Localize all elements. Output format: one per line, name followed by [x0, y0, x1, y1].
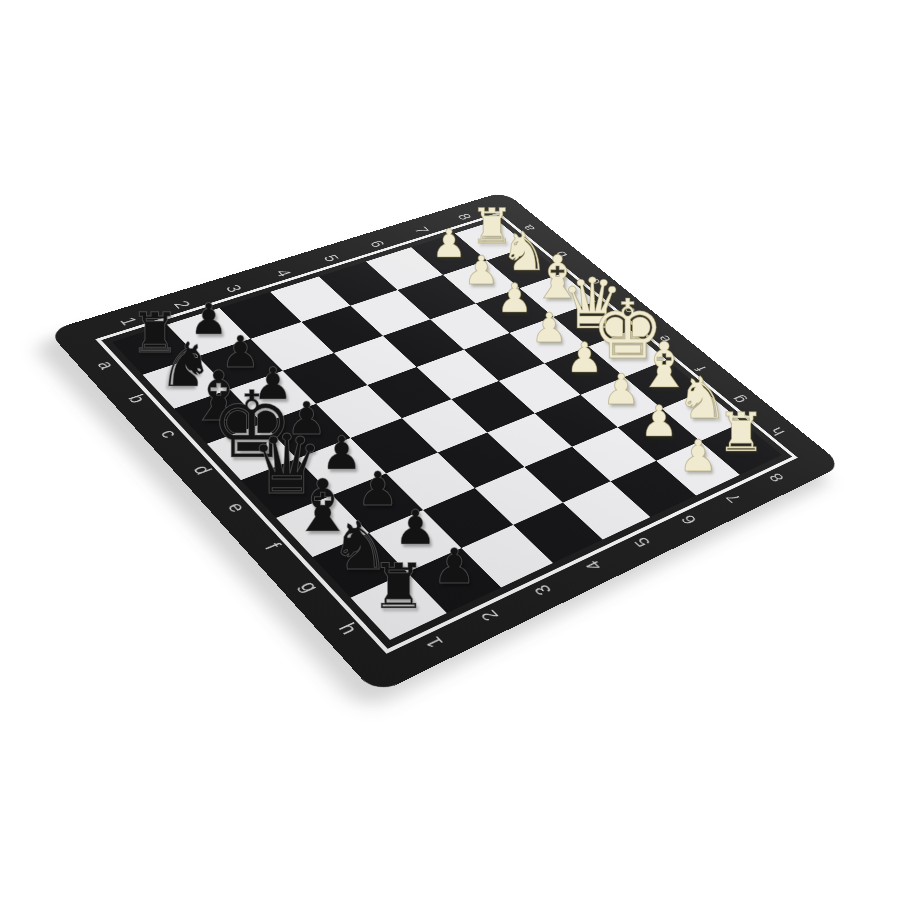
chess-mat: aa11bb22cc33dd44ee55ff66gg77hh88 [112, 220, 782, 640]
chess-set-product-photo: aa11bb22cc33dd44ee55ff66gg77hh88 ♜♞♝♛♚♝♞… [0, 0, 900, 900]
